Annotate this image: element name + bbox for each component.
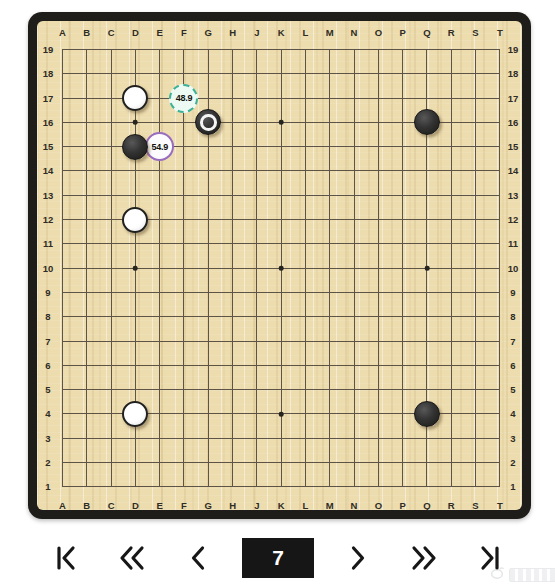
coord-col-E: E [148,498,172,512]
board-wood: ABCDEFGHJKLMNOPQRST ABCDEFGHJKLMNOPQRST … [37,21,522,510]
coord-col-H: H [220,498,244,512]
move-number-display[interactable]: 7 [242,538,314,578]
coord-col-L: L [293,498,317,512]
chevron-left-icon [188,545,208,571]
chevron-right-icon [348,545,368,571]
first-move-button[interactable] [44,536,88,580]
go-board: ABCDEFGHJKLMNOPQRST ABCDEFGHJKLMNOPQRST … [28,12,531,519]
black-stone-G16 [195,109,221,135]
coord-col-M: M [318,498,342,512]
board-grid[interactable]: 48.954.9 [50,37,512,499]
coord-col-N: N [342,498,366,512]
coord-col-S: S [463,498,487,512]
coord-col-R: R [439,498,463,512]
coord-col-O: O [366,498,390,512]
move-number: 7 [272,546,284,570]
black-stone-Q4 [414,401,440,427]
black-stone-D15 [122,134,148,160]
coords-bottom: ABCDEFGHJKLMNOPQRST [50,498,512,512]
coord-col-D: D [123,498,147,512]
winrate-annotation-F17[interactable]: 48.9 [169,84,198,113]
previous-move-button[interactable] [176,536,220,580]
watermark-text-block [509,568,555,582]
coord-col-C: C [99,498,123,512]
coord-col-A: A [50,498,74,512]
black-stone-Q16 [414,109,440,135]
coord-col-Q: Q [415,498,439,512]
white-stone-D12 [122,207,148,233]
coord-col-G: G [196,498,220,512]
coord-col-B: B [75,498,99,512]
watermark [490,565,555,584]
fast-backward-button[interactable] [110,536,154,580]
double-chevron-right-icon [410,545,438,571]
coord-col-P: P [391,498,415,512]
coord-col-K: K [269,498,293,512]
weibo-watermark-icon [490,565,505,584]
skip-to-first-icon [54,545,78,571]
coord-col-T: T [488,498,512,512]
double-chevron-left-icon [118,545,146,571]
winrate-annotation-E15[interactable]: 54.9 [145,132,174,161]
coord-col-J: J [245,498,269,512]
fast-forward-button[interactable] [402,536,446,580]
move-navigation: 7 [44,534,512,582]
last-move-marker [200,114,217,131]
white-stone-D4 [122,401,148,427]
coord-col-F: F [172,498,196,512]
white-stone-D17 [122,85,148,111]
next-move-button[interactable] [336,536,380,580]
go-review-app: ABCDEFGHJKLMNOPQRST ABCDEFGHJKLMNOPQRST … [0,0,555,588]
